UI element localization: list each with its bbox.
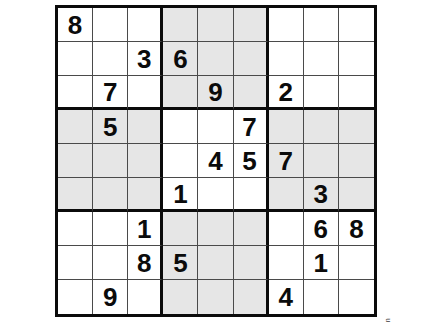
cell-r5c9[interactable]: [339, 144, 374, 178]
cell-r1c7[interactable]: [269, 8, 304, 42]
cell-r1c6[interactable]: [234, 8, 269, 42]
cell-r8c8[interactable]: 1: [304, 246, 339, 280]
cell-r4c1[interactable]: [58, 110, 93, 144]
cell-r1c2[interactable]: [93, 8, 128, 42]
cell-r3c5[interactable]: 9: [198, 76, 233, 110]
cell-r3c4[interactable]: [163, 76, 198, 110]
cell-r8c3[interactable]: 8: [128, 246, 163, 280]
cell-r5c3[interactable]: [128, 144, 163, 178]
cell-r6c2[interactable]: [93, 178, 128, 212]
cell-r2c2[interactable]: [93, 42, 128, 76]
cell-r3c6[interactable]: [234, 76, 269, 110]
cell-r1c5[interactable]: [198, 8, 233, 42]
cell-r4c6[interactable]: 7: [234, 110, 269, 144]
cell-r3c8[interactable]: [304, 76, 339, 110]
copyright-watermark: AI14473 (c) Arto Inkala www.aisudoku.com: [383, 318, 392, 322]
sudoku-board: 836792574571316885194: [55, 5, 377, 317]
cell-r3c1[interactable]: [58, 76, 93, 110]
cell-r7c3[interactable]: 1: [128, 212, 163, 246]
cell-r5c1[interactable]: [58, 144, 93, 178]
cell-r6c3[interactable]: [128, 178, 163, 212]
cell-r9c2[interactable]: 9: [93, 280, 128, 314]
cell-r8c4[interactable]: 5: [163, 246, 198, 280]
cell-r8c5[interactable]: [198, 246, 233, 280]
cell-r7c4[interactable]: [163, 212, 198, 246]
sudoku-page: 836792574571316885194 AI14473 (c) Arto I…: [0, 0, 434, 322]
cell-r5c4[interactable]: [163, 144, 198, 178]
cell-r4c4[interactable]: [163, 110, 198, 144]
cell-r3c7[interactable]: 2: [269, 76, 304, 110]
cell-r6c7[interactable]: [269, 178, 304, 212]
cell-r8c7[interactable]: [269, 246, 304, 280]
cell-r3c9[interactable]: [339, 76, 374, 110]
cell-r1c9[interactable]: [339, 8, 374, 42]
cell-r7c2[interactable]: [93, 212, 128, 246]
cell-r9c4[interactable]: [163, 280, 198, 314]
cell-r9c8[interactable]: [304, 280, 339, 314]
cell-r4c9[interactable]: [339, 110, 374, 144]
cell-r4c8[interactable]: [304, 110, 339, 144]
cell-r9c7[interactable]: 4: [269, 280, 304, 314]
cell-r2c5[interactable]: [198, 42, 233, 76]
cell-r5c2[interactable]: [93, 144, 128, 178]
cell-r8c2[interactable]: [93, 246, 128, 280]
cell-r8c6[interactable]: [234, 246, 269, 280]
cell-r6c9[interactable]: [339, 178, 374, 212]
cell-r7c8[interactable]: 6: [304, 212, 339, 246]
cell-r7c9[interactable]: 8: [339, 212, 374, 246]
cell-r7c7[interactable]: [269, 212, 304, 246]
cell-r1c4[interactable]: [163, 8, 198, 42]
cell-r9c5[interactable]: [198, 280, 233, 314]
cell-r7c5[interactable]: [198, 212, 233, 246]
cell-r8c9[interactable]: [339, 246, 374, 280]
cell-r1c1[interactable]: 8: [58, 8, 93, 42]
cell-r1c3[interactable]: [128, 8, 163, 42]
cell-r3c3[interactable]: [128, 76, 163, 110]
cell-r6c8[interactable]: 3: [304, 178, 339, 212]
cell-r6c5[interactable]: [198, 178, 233, 212]
cell-r7c6[interactable]: [234, 212, 269, 246]
cell-r1c8[interactable]: [304, 8, 339, 42]
cell-r3c2[interactable]: 7: [93, 76, 128, 110]
cell-r6c4[interactable]: 1: [163, 178, 198, 212]
cell-r9c9[interactable]: [339, 280, 374, 314]
cell-r2c1[interactable]: [58, 42, 93, 76]
cell-r5c5[interactable]: 4: [198, 144, 233, 178]
cell-r2c3[interactable]: 3: [128, 42, 163, 76]
cell-r2c7[interactable]: [269, 42, 304, 76]
cell-r2c8[interactable]: [304, 42, 339, 76]
cell-r9c6[interactable]: [234, 280, 269, 314]
cell-r7c1[interactable]: [58, 212, 93, 246]
cell-r9c3[interactable]: [128, 280, 163, 314]
cell-r5c6[interactable]: 5: [234, 144, 269, 178]
cell-r6c1[interactable]: [58, 178, 93, 212]
cell-r4c3[interactable]: [128, 110, 163, 144]
cell-r4c5[interactable]: [198, 110, 233, 144]
cell-r8c1[interactable]: [58, 246, 93, 280]
cell-r5c8[interactable]: [304, 144, 339, 178]
cell-r5c7[interactable]: 7: [269, 144, 304, 178]
cell-r4c2[interactable]: 5: [93, 110, 128, 144]
cell-r2c6[interactable]: [234, 42, 269, 76]
cell-r2c4[interactable]: 6: [163, 42, 198, 76]
cell-r2c9[interactable]: [339, 42, 374, 76]
cell-r9c1[interactable]: [58, 280, 93, 314]
cell-r4c7[interactable]: [269, 110, 304, 144]
cell-r6c6[interactable]: [234, 178, 269, 212]
